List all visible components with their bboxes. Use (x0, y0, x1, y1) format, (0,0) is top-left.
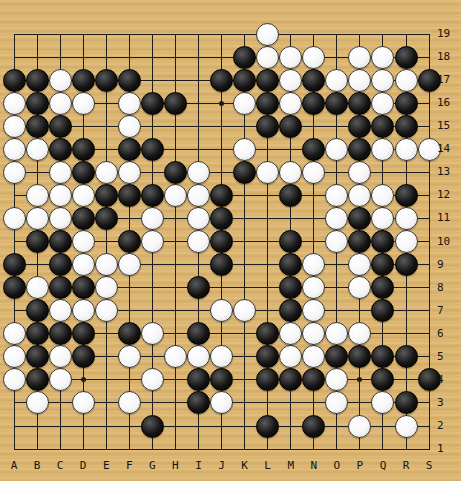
go-board-window: ABCDEFGHIJKLMNOPQRS191817161514131211109… (0, 0, 461, 481)
column-label-N: N (304, 459, 324, 472)
stone-white-I5[interactable] (187, 345, 210, 368)
stone-black-A17[interactable] (3, 69, 26, 92)
stone-white-M5[interactable] (279, 345, 302, 368)
stone-black-N2[interactable] (302, 415, 325, 438)
stone-white-F15[interactable] (118, 115, 141, 138)
goban[interactable]: ABCDEFGHIJKLMNOPQRS191817161514131211109… (0, 0, 461, 481)
row-label-11: 11 (437, 211, 461, 224)
stone-black-K17[interactable] (233, 69, 256, 92)
stone-black-G2[interactable] (141, 415, 164, 438)
stone-white-E8[interactable] (95, 276, 118, 299)
stone-black-B16[interactable] (26, 92, 49, 115)
stone-white-B14[interactable] (26, 138, 49, 161)
stone-white-G11[interactable] (141, 207, 164, 230)
stone-white-O11[interactable] (325, 207, 348, 230)
stone-white-F13[interactable] (118, 161, 141, 184)
stone-black-J4[interactable] (210, 368, 233, 391)
stone-black-K18[interactable] (233, 46, 256, 69)
column-label-Q: Q (373, 459, 393, 472)
column-label-E: E (96, 459, 116, 472)
stone-black-G14[interactable] (141, 138, 164, 161)
stone-black-B10[interactable] (26, 230, 49, 253)
stone-black-M4[interactable] (279, 368, 302, 391)
stone-white-L13[interactable] (256, 161, 279, 184)
stone-white-N18[interactable] (302, 46, 325, 69)
stone-black-C8[interactable] (49, 276, 72, 299)
stone-black-R12[interactable] (395, 184, 418, 207)
stone-black-B4[interactable] (26, 368, 49, 391)
stone-white-C11[interactable] (49, 207, 72, 230)
stone-black-P10[interactable] (348, 230, 371, 253)
stone-white-F9[interactable] (118, 253, 141, 276)
row-label-5: 5 (437, 350, 461, 363)
stone-black-N17[interactable] (302, 69, 325, 92)
stone-black-P16[interactable] (348, 92, 371, 115)
stone-white-R10[interactable] (395, 230, 418, 253)
stone-black-D8[interactable] (72, 276, 95, 299)
stone-white-A4[interactable] (3, 368, 26, 391)
stone-black-P5[interactable] (348, 345, 371, 368)
stone-white-N7[interactable] (302, 299, 325, 322)
stone-black-P15[interactable] (348, 115, 371, 138)
stone-black-G16[interactable] (141, 92, 164, 115)
column-label-I: I (188, 459, 208, 472)
stone-white-K7[interactable] (233, 299, 256, 322)
stone-white-P8[interactable] (348, 276, 371, 299)
stone-white-P9[interactable] (348, 253, 371, 276)
stone-black-I8[interactable] (187, 276, 210, 299)
stone-white-M18[interactable] (279, 46, 302, 69)
row-label-9: 9 (437, 258, 461, 271)
column-label-H: H (165, 459, 185, 472)
stone-white-N8[interactable] (302, 276, 325, 299)
stone-white-O12[interactable] (325, 184, 348, 207)
stone-white-R11[interactable] (395, 207, 418, 230)
row-label-4: 4 (437, 373, 461, 386)
stone-black-Q9[interactable] (371, 253, 394, 276)
stone-black-B15[interactable] (26, 115, 49, 138)
stone-black-J17[interactable] (210, 69, 233, 92)
stone-white-O6[interactable] (325, 322, 348, 345)
stone-white-C16[interactable] (49, 92, 72, 115)
stone-white-G4[interactable] (141, 368, 164, 391)
stone-black-N14[interactable] (302, 138, 325, 161)
column-label-A: A (4, 459, 24, 472)
stone-black-R3[interactable] (395, 391, 418, 414)
stone-white-F3[interactable] (118, 391, 141, 414)
column-label-J: J (212, 459, 232, 472)
stone-white-Q3[interactable] (371, 391, 394, 414)
stone-white-I10[interactable] (187, 230, 210, 253)
stone-black-I4[interactable] (187, 368, 210, 391)
stone-black-I3[interactable] (187, 391, 210, 414)
row-label-7: 7 (437, 304, 461, 317)
stone-white-P6[interactable] (348, 322, 371, 345)
stone-white-A11[interactable] (3, 207, 26, 230)
stone-white-A13[interactable] (3, 161, 26, 184)
stone-black-H13[interactable] (164, 161, 187, 184)
stone-white-N13[interactable] (302, 161, 325, 184)
stone-white-K14[interactable] (233, 138, 256, 161)
stone-white-O14[interactable] (325, 138, 348, 161)
stone-black-B6[interactable] (26, 322, 49, 345)
stone-white-P12[interactable] (348, 184, 371, 207)
column-label-M: M (281, 459, 301, 472)
stone-white-E9[interactable] (95, 253, 118, 276)
stone-black-B17[interactable] (26, 69, 49, 92)
stone-black-C15[interactable] (49, 115, 72, 138)
stone-white-O17[interactable] (325, 69, 348, 92)
stone-black-D5[interactable] (72, 345, 95, 368)
stone-white-P13[interactable] (348, 161, 371, 184)
stone-black-D11[interactable] (72, 207, 95, 230)
stone-black-M10[interactable] (279, 230, 302, 253)
stone-black-F17[interactable] (118, 69, 141, 92)
stone-black-Q5[interactable] (371, 345, 394, 368)
stone-white-Q11[interactable] (371, 207, 394, 230)
stone-white-P17[interactable] (348, 69, 371, 92)
stone-black-C14[interactable] (49, 138, 72, 161)
row-label-2: 2 (437, 419, 461, 432)
row-label-14: 14 (437, 142, 461, 155)
stone-white-D7[interactable] (72, 299, 95, 322)
stone-black-E17[interactable] (95, 69, 118, 92)
stone-white-R2[interactable] (395, 415, 418, 438)
stone-black-Q10[interactable] (371, 230, 394, 253)
stone-black-R18[interactable] (395, 46, 418, 69)
row-label-16: 16 (437, 96, 461, 109)
stone-black-B5[interactable] (26, 345, 49, 368)
row-label-3: 3 (437, 396, 461, 409)
star-point (219, 101, 224, 106)
stone-black-E12[interactable] (95, 184, 118, 207)
stone-white-H12[interactable] (164, 184, 187, 207)
stone-white-Q18[interactable] (371, 46, 394, 69)
stone-black-R9[interactable] (395, 253, 418, 276)
stone-white-I12[interactable] (187, 184, 210, 207)
stone-black-J10[interactable] (210, 230, 233, 253)
stone-black-L16[interactable] (256, 92, 279, 115)
stone-black-J11[interactable] (210, 207, 233, 230)
stone-white-Q17[interactable] (371, 69, 394, 92)
stone-black-O16[interactable] (325, 92, 348, 115)
column-label-S: S (419, 459, 439, 472)
stone-white-D12[interactable] (72, 184, 95, 207)
stone-white-E7[interactable] (95, 299, 118, 322)
column-label-F: F (119, 459, 139, 472)
stone-black-L15[interactable] (256, 115, 279, 138)
stone-white-N9[interactable] (302, 253, 325, 276)
stone-white-P2[interactable] (348, 415, 371, 438)
stone-white-C4[interactable] (49, 368, 72, 391)
stone-white-C7[interactable] (49, 299, 72, 322)
stone-black-M15[interactable] (279, 115, 302, 138)
stone-white-G10[interactable] (141, 230, 164, 253)
stone-white-K16[interactable] (233, 92, 256, 115)
column-label-K: K (235, 459, 255, 472)
star-point (357, 377, 362, 382)
stone-white-A16[interactable] (3, 92, 26, 115)
stone-black-D17[interactable] (72, 69, 95, 92)
stone-white-G6[interactable] (141, 322, 164, 345)
stone-white-L19[interactable] (256, 23, 279, 46)
star-point (81, 377, 86, 382)
column-label-L: L (258, 459, 278, 472)
stone-black-D14[interactable] (72, 138, 95, 161)
stone-white-A15[interactable] (3, 115, 26, 138)
stone-black-M8[interactable] (279, 276, 302, 299)
stone-white-R17[interactable] (395, 69, 418, 92)
stone-black-L5[interactable] (256, 345, 279, 368)
stone-black-F14[interactable] (118, 138, 141, 161)
stone-white-Q16[interactable] (371, 92, 394, 115)
stone-white-D16[interactable] (72, 92, 95, 115)
stone-white-B8[interactable] (26, 276, 49, 299)
stone-black-A8[interactable] (3, 276, 26, 299)
stone-white-O4[interactable] (325, 368, 348, 391)
stone-white-O3[interactable] (325, 391, 348, 414)
stone-white-P18[interactable] (348, 46, 371, 69)
stone-white-B3[interactable] (26, 391, 49, 414)
stone-black-F6[interactable] (118, 322, 141, 345)
stone-black-L17[interactable] (256, 69, 279, 92)
stone-black-R16[interactable] (395, 92, 418, 115)
stone-white-J3[interactable] (210, 391, 233, 414)
column-label-B: B (27, 459, 47, 472)
stone-black-K13[interactable] (233, 161, 256, 184)
stone-black-M12[interactable] (279, 184, 302, 207)
stone-black-Q7[interactable] (371, 299, 394, 322)
stone-white-N6[interactable] (302, 322, 325, 345)
stone-black-J9[interactable] (210, 253, 233, 276)
stone-black-G12[interactable] (141, 184, 164, 207)
stone-white-A14[interactable] (3, 138, 26, 161)
stone-white-F16[interactable] (118, 92, 141, 115)
stone-white-J7[interactable] (210, 299, 233, 322)
stone-white-Q12[interactable] (371, 184, 394, 207)
row-label-6: 6 (437, 327, 461, 340)
row-label-8: 8 (437, 281, 461, 294)
stone-black-I6[interactable] (187, 322, 210, 345)
stone-black-D13[interactable] (72, 161, 95, 184)
stone-black-C6[interactable] (49, 322, 72, 345)
stone-white-J5[interactable] (210, 345, 233, 368)
stone-black-M9[interactable] (279, 253, 302, 276)
stone-black-C10[interactable] (49, 230, 72, 253)
row-label-17: 17 (437, 73, 461, 86)
stone-black-L2[interactable] (256, 415, 279, 438)
stone-black-A9[interactable] (3, 253, 26, 276)
row-label-19: 19 (437, 27, 461, 40)
stone-white-B12[interactable] (26, 184, 49, 207)
stone-black-N16[interactable] (302, 92, 325, 115)
stone-white-C12[interactable] (49, 184, 72, 207)
stone-white-L18[interactable] (256, 46, 279, 69)
stone-white-M16[interactable] (279, 92, 302, 115)
stone-black-D6[interactable] (72, 322, 95, 345)
stone-black-P11[interactable] (348, 207, 371, 230)
stone-white-C5[interactable] (49, 345, 72, 368)
grid-line-horizontal (14, 449, 430, 450)
stone-black-Q8[interactable] (371, 276, 394, 299)
stone-black-R15[interactable] (395, 115, 418, 138)
stone-black-L6[interactable] (256, 322, 279, 345)
stone-black-C9[interactable] (49, 253, 72, 276)
stone-white-O10[interactable] (325, 230, 348, 253)
stone-white-D9[interactable] (72, 253, 95, 276)
stone-white-E13[interactable] (95, 161, 118, 184)
stone-white-A5[interactable] (3, 345, 26, 368)
stone-white-D10[interactable] (72, 230, 95, 253)
stone-white-M17[interactable] (279, 69, 302, 92)
column-label-P: P (350, 459, 370, 472)
stone-white-H5[interactable] (164, 345, 187, 368)
stone-white-Q14[interactable] (371, 138, 394, 161)
stone-white-I11[interactable] (187, 207, 210, 230)
stone-white-M6[interactable] (279, 322, 302, 345)
stone-black-M7[interactable] (279, 299, 302, 322)
column-label-D: D (73, 459, 93, 472)
stone-white-D3[interactable] (72, 391, 95, 414)
column-label-R: R (396, 459, 416, 472)
stone-black-H16[interactable] (164, 92, 187, 115)
stone-black-F12[interactable] (118, 184, 141, 207)
stone-white-M13[interactable] (279, 161, 302, 184)
stone-white-R14[interactable] (395, 138, 418, 161)
stone-white-F5[interactable] (118, 345, 141, 368)
column-label-O: O (327, 459, 347, 472)
row-label-1: 1 (437, 442, 461, 455)
stone-black-J12[interactable] (210, 184, 233, 207)
row-label-10: 10 (437, 235, 461, 248)
column-label-C: C (50, 459, 70, 472)
stone-black-L4[interactable] (256, 368, 279, 391)
row-label-13: 13 (437, 165, 461, 178)
stone-white-A6[interactable] (3, 322, 26, 345)
stone-black-Q4[interactable] (371, 368, 394, 391)
stone-black-R5[interactable] (395, 345, 418, 368)
row-label-12: 12 (437, 188, 461, 201)
stone-white-B11[interactable] (26, 207, 49, 230)
stone-black-P14[interactable] (348, 138, 371, 161)
stone-white-I13[interactable] (187, 161, 210, 184)
stone-black-B7[interactable] (26, 299, 49, 322)
stone-black-E11[interactable] (95, 207, 118, 230)
stone-black-N4[interactable] (302, 368, 325, 391)
column-label-G: G (142, 459, 162, 472)
stone-white-C13[interactable] (49, 161, 72, 184)
stone-white-N5[interactable] (302, 345, 325, 368)
row-label-18: 18 (437, 50, 461, 63)
stone-black-Q15[interactable] (371, 115, 394, 138)
stone-black-F10[interactable] (118, 230, 141, 253)
row-label-15: 15 (437, 119, 461, 132)
stone-white-C17[interactable] (49, 69, 72, 92)
stone-black-O5[interactable] (325, 345, 348, 368)
